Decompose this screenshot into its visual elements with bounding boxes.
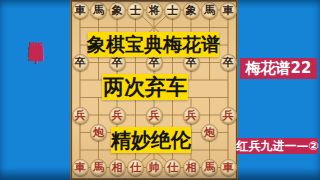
- move-label: 红兵九进一—②: [237, 138, 318, 154]
- piece-red-a: 仕: [127, 159, 144, 176]
- piece-red-b: 相: [183, 159, 200, 176]
- piece-black-a: 士: [127, 2, 144, 19]
- piece-black-n: 馬: [90, 2, 107, 19]
- overlay-title: 象棋宝典梅花谱: [88, 32, 219, 57]
- piece-red-n: 馬: [90, 159, 107, 176]
- piece-black-r: 車: [72, 2, 89, 19]
- video-thumbnail: 車馬象士将士象馬車炮炮卒卒卒卒卒兵兵兵兵兵炮炮車馬相仕帅仕相馬車 顺炮横车破直车…: [0, 0, 320, 180]
- left-banner: 顺炮横车破直车四: [26, 29, 46, 157]
- overlay-subtitle: 两次弃车: [102, 74, 188, 100]
- overlay-tagline: 精妙绝伦: [111, 127, 191, 153]
- piece-black-n: 馬: [201, 2, 218, 19]
- piece-red-a: 仕: [164, 159, 181, 176]
- piece-red-c: 炮: [201, 124, 218, 141]
- series-label: 梅花谱22: [240, 58, 317, 79]
- piece-red-p: 兵: [109, 107, 126, 124]
- piece-red-p: 兵: [183, 107, 200, 124]
- piece-red-k: 帅: [146, 159, 163, 176]
- piece-black-p: 卒: [72, 54, 89, 71]
- piece-red-n: 馬: [201, 159, 218, 176]
- piece-red-r: 車: [220, 159, 237, 176]
- piece-red-c: 炮: [90, 124, 107, 141]
- piece-black-a: 士: [164, 2, 181, 19]
- piece-red-p: 兵: [220, 107, 237, 124]
- piece-black-p: 卒: [220, 54, 237, 71]
- piece-red-r: 車: [72, 159, 89, 176]
- piece-red-p: 兵: [146, 107, 163, 124]
- piece-black-b: 象: [109, 2, 126, 19]
- piece-black-b: 象: [183, 2, 200, 19]
- piece-black-r: 車: [220, 2, 237, 19]
- piece-red-p: 兵: [72, 107, 89, 124]
- piece-black-k: 将: [146, 2, 163, 19]
- piece-red-b: 相: [109, 159, 126, 176]
